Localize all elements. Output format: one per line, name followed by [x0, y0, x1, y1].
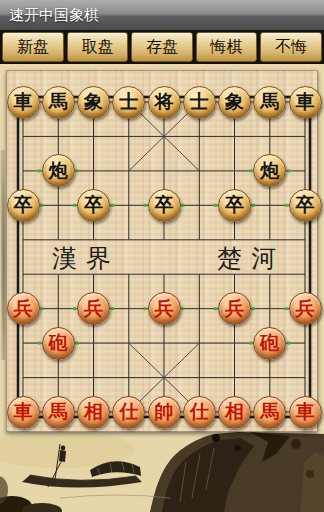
- piece-black-卒[interactable]: 卒: [289, 189, 322, 222]
- piece-red-兵[interactable]: 兵: [148, 292, 181, 325]
- ink-painting-background: [0, 432, 324, 512]
- piece-red-相[interactable]: 相: [77, 396, 110, 429]
- piece-black-車[interactable]: 車: [289, 86, 322, 119]
- board-grid: 漢界 楚河: [7, 71, 319, 433]
- piece-black-馬[interactable]: 馬: [42, 86, 75, 119]
- piece-black-車[interactable]: 車: [7, 86, 40, 119]
- save-board-button[interactable]: 存盘: [131, 32, 193, 62]
- new-game-button[interactable]: 新盘: [2, 32, 64, 62]
- river-text-right: 楚河: [217, 244, 285, 273]
- piece-black-炮[interactable]: 炮: [42, 154, 75, 187]
- piece-black-馬[interactable]: 馬: [253, 86, 286, 119]
- piece-red-帥[interactable]: 帥: [148, 396, 181, 429]
- piece-red-仕[interactable]: 仕: [183, 396, 216, 429]
- piece-black-象[interactable]: 象: [218, 86, 251, 119]
- piece-red-馬[interactable]: 馬: [253, 396, 286, 429]
- piece-black-士[interactable]: 士: [183, 86, 216, 119]
- piece-black-象[interactable]: 象: [77, 86, 110, 119]
- toolbar: 新盘 取盘 存盘 悔棋 不悔: [0, 30, 324, 64]
- piece-red-兵[interactable]: 兵: [7, 292, 40, 325]
- piece-red-兵[interactable]: 兵: [77, 292, 110, 325]
- title-bar: 速开中国象棋: [0, 0, 324, 30]
- river-text-left: 漢界: [52, 244, 120, 273]
- piece-red-兵[interactable]: 兵: [289, 292, 322, 325]
- app-window: 速开中国象棋 新盘 取盘 存盘 悔棋 不悔: [0, 0, 324, 512]
- piece-red-兵[interactable]: 兵: [218, 292, 251, 325]
- piece-red-砲[interactable]: 砲: [253, 327, 286, 360]
- piece-black-士[interactable]: 士: [112, 86, 145, 119]
- piece-red-車[interactable]: 車: [7, 396, 40, 429]
- piece-black-卒[interactable]: 卒: [218, 189, 251, 222]
- load-board-button[interactable]: 取盘: [67, 32, 129, 62]
- piece-black-将[interactable]: 将: [148, 86, 181, 119]
- piece-black-卒[interactable]: 卒: [77, 189, 110, 222]
- undo-move-button[interactable]: 悔棋: [196, 32, 258, 62]
- piece-red-仕[interactable]: 仕: [112, 396, 145, 429]
- piece-black-卒[interactable]: 卒: [7, 189, 40, 222]
- piece-black-卒[interactable]: 卒: [148, 189, 181, 222]
- piece-red-馬[interactable]: 馬: [42, 396, 75, 429]
- piece-red-車[interactable]: 車: [289, 396, 322, 429]
- xiangqi-board[interactable]: 漢界 楚河 車馬象士将士象馬車炮炮卒卒卒卒卒兵兵兵兵兵砲砲車馬相仕帥仕相馬車: [6, 70, 318, 432]
- piece-red-相[interactable]: 相: [218, 396, 251, 429]
- no-undo-button[interactable]: 不悔: [260, 32, 322, 62]
- piece-red-砲[interactable]: 砲: [42, 327, 75, 360]
- app-title: 速开中国象棋: [9, 6, 99, 23]
